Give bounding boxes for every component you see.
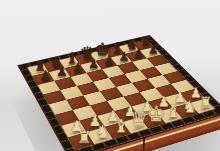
- piece-black-pawn[interactable]: ♟: [145, 44, 161, 56]
- piece-white-rook[interactable]: ♜: [74, 129, 94, 146]
- piece-black-pawn[interactable]: ♟: [116, 51, 132, 63]
- hinge-seam: [143, 137, 145, 151]
- piece-white-rook[interactable]: ♜: [196, 95, 215, 110]
- piece-white-king[interactable]: ♚: [146, 104, 165, 125]
- piece-white-knight[interactable]: ♞: [180, 99, 199, 115]
- camera-stage: ♜♞♝♛♚♝♞♜♟♟♟♟♟♟♟♟♟♟♟♟♟♟♟♟♜♞♝♛♚♝♞♜: [0, 0, 220, 151]
- piece-black-pawn[interactable]: ♟: [85, 58, 102, 70]
- piece-black-pawn[interactable]: ♟: [69, 62, 86, 74]
- square-h4[interactable]: [162, 71, 186, 84]
- piece-white-queen[interactable]: ♛: [129, 109, 149, 130]
- piece-black-pawn[interactable]: ♟: [101, 54, 118, 66]
- piece-white-bishop[interactable]: ♝: [111, 117, 131, 135]
- piece-black-pawn[interactable]: ♟: [53, 66, 70, 78]
- piece-black-pawn[interactable]: ♟: [37, 69, 54, 82]
- piece-black-pawn[interactable]: ♟: [131, 47, 147, 59]
- piece-white-bishop[interactable]: ♝: [164, 102, 183, 119]
- photo-backdrop: ♜♞♝♛♚♝♞♜♟♟♟♟♟♟♟♟♟♟♟♟♟♟♟♟♜♞♝♛♚♝♞♜: [0, 0, 220, 151]
- piece-white-knight[interactable]: ♞: [93, 123, 113, 140]
- chess-board: ♜♞♝♛♚♝♞♜♟♟♟♟♟♟♟♟♟♟♟♟♟♟♟♟♜♞♝♛♚♝♞♜: [17, 35, 220, 151]
